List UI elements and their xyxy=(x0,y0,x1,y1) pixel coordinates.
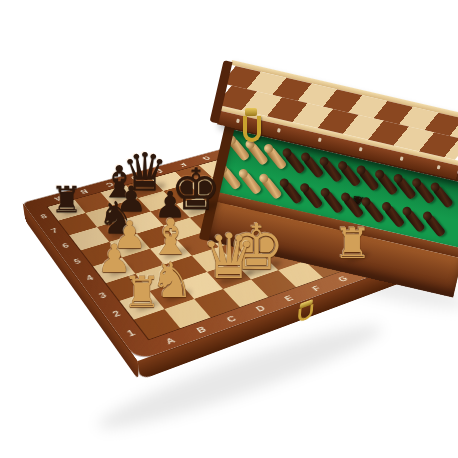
latch-plate xyxy=(245,108,257,116)
lid-coordinate-mark xyxy=(359,147,363,152)
latch-hook xyxy=(243,116,261,142)
lid-coordinate-mark xyxy=(400,156,404,161)
lid-coordinate-mark xyxy=(437,165,441,170)
stored-piece-dark xyxy=(432,185,454,209)
lid-coordinate-mark xyxy=(236,119,240,124)
lid-coordinate-mark xyxy=(318,138,322,143)
brass-latch-icon xyxy=(243,108,261,142)
brass-hasp-icon xyxy=(297,299,313,323)
stored-piece-dark xyxy=(424,214,446,238)
lid-coordinate-mark xyxy=(277,128,281,133)
product-photo-stage: ♞ ABCDEFGH ABCDEFGH 87654321 87654321 xyxy=(0,0,458,458)
